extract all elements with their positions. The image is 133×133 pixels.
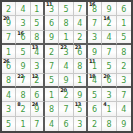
cell-r3c9[interactable]: 5 [117, 31, 131, 45]
cell-r8c5[interactable]: 7 [59, 102, 73, 116]
cell-r3c4[interactable]: 9 [45, 31, 59, 45]
cell-r4c9[interactable]: 8 [117, 45, 131, 59]
cell-value: 8 [106, 121, 111, 129]
cell-value: 2 [92, 121, 97, 129]
cell-value: 4 [20, 6, 25, 14]
cell-r7c6[interactable]: 9 [74, 88, 88, 102]
cell-value: 9 [92, 49, 97, 57]
cell-value: 3 [77, 121, 82, 129]
cell-r2c7[interactable]: 7 [88, 16, 102, 30]
cell-r4c7[interactable]: 9 [88, 45, 102, 59]
cell-value: 8 [34, 34, 39, 42]
cell-value: 2 [34, 77, 39, 85]
cell-r7c8[interactable]: 3 [102, 88, 116, 102]
cell-value: 6 [106, 77, 111, 85]
cell-r5c3[interactable]: 3 [31, 59, 45, 73]
cell-value: 6 [20, 34, 25, 42]
cell-r6c9[interactable]: 3 [117, 74, 131, 88]
cell-r8c9[interactable]: 4 [117, 102, 131, 116]
cell-r1c4[interactable]: 113 [45, 2, 59, 16]
cell-r8c2[interactable]: 82 [16, 102, 30, 116]
cell-value: 4 [63, 63, 68, 71]
cell-value: 3 [106, 92, 111, 100]
cell-r9c1[interactable]: 5 [2, 117, 16, 131]
cell-value: 1 [34, 6, 39, 14]
cell-r8c8[interactable]: 41 [102, 102, 116, 116]
cell-value: 7 [77, 6, 82, 14]
cell-r3c6[interactable]: 2 [74, 31, 88, 45]
cell-r1c1[interactable]: 2 [2, 2, 16, 16]
cell-r4c2[interactable]: 5 [16, 45, 30, 59]
sudoku-board: 2411135716896209356847142171668912345151… [0, 0, 133, 133]
cell-r3c5[interactable]: 1 [59, 31, 73, 45]
cell-r3c1[interactable]: 7 [2, 31, 16, 45]
cell-value: 7 [63, 106, 68, 114]
cell-r5c4[interactable]: 7 [45, 59, 59, 73]
cell-r3c8[interactable]: 4 [102, 31, 116, 45]
cell-value: 5 [20, 49, 25, 57]
cell-value: 8 [49, 106, 54, 114]
cell-value: 6 [63, 121, 68, 129]
cell-value: 1 [63, 34, 68, 42]
cell-value: 8 [20, 92, 25, 100]
cell-r5c8[interactable]: 5 [102, 59, 116, 73]
cell-value: 2 [77, 34, 82, 42]
cell-r4c6[interactable]: 236 [74, 45, 88, 59]
cell-value: 1 [121, 20, 126, 28]
cell-r2c2[interactable]: 3 [16, 16, 30, 30]
cell-r6c1[interactable]: 8 [2, 74, 16, 88]
cell-r5c5[interactable]: 4 [59, 59, 73, 73]
cell-r1c5[interactable]: 5 [59, 2, 73, 16]
cell-r9c4[interactable]: 4 [45, 117, 59, 131]
cell-value: 7 [92, 20, 97, 28]
cell-r1c6[interactable]: 7 [74, 2, 88, 16]
cell-value: 2 [6, 6, 11, 14]
cell-value: 8 [121, 49, 126, 57]
cell-r2c5[interactable]: 8 [59, 16, 73, 30]
cell-r8c4[interactable]: 8 [45, 102, 59, 116]
cell-r9c8[interactable]: 8 [102, 117, 116, 131]
cell-r4c4[interactable]: 2 [45, 45, 59, 59]
cell-value: 7 [34, 121, 39, 129]
cell-value: 6 [77, 49, 82, 57]
cell-value: 5 [106, 63, 111, 71]
cell-r9c9[interactable]: 9 [117, 117, 131, 131]
cell-value: 4 [121, 106, 126, 114]
cell-value: 9 [34, 106, 39, 114]
cell-value: 9 [63, 77, 68, 85]
cell-r2c8[interactable]: 142 [102, 16, 116, 30]
cell-value: 7 [121, 92, 126, 100]
cell-r2c9[interactable]: 1 [117, 16, 131, 30]
cell-value: 4 [6, 92, 11, 100]
cell-value: 5 [34, 20, 39, 28]
cell-value: 8 [92, 6, 97, 14]
cell-r1c3[interactable]: 1 [31, 2, 45, 16]
cell-value: 5 [92, 92, 97, 100]
cell-r5c1[interactable]: 266 [2, 59, 16, 73]
cell-r5c9[interactable]: 2 [117, 59, 131, 73]
cell-r3c7[interactable]: 3 [88, 31, 102, 45]
cell-value: 1 [20, 121, 25, 129]
cell-value: 3 [34, 63, 39, 71]
cell-r6c4[interactable]: 5 [45, 74, 59, 88]
cell-value: 4 [106, 34, 111, 42]
cell-value: 5 [63, 6, 68, 14]
cell-r2c3[interactable]: 5 [31, 16, 45, 30]
cell-r5c2[interactable]: 9 [16, 59, 30, 73]
cell-r2c6[interactable]: 4 [74, 16, 88, 30]
cell-r9c6[interactable]: 3 [74, 117, 88, 131]
cell-r7c2[interactable]: 8 [16, 88, 30, 102]
cell-r4c1[interactable]: 1 [2, 45, 16, 59]
cell-value: 6 [92, 106, 97, 114]
cell-value: 8 [77, 63, 82, 71]
cell-value: 2 [106, 20, 111, 28]
cell-value: 3 [49, 6, 54, 14]
cell-r8c6[interactable]: 135 [74, 102, 88, 116]
cell-r6c2[interactable]: 227 [16, 74, 30, 88]
cell-value: 6 [49, 20, 54, 28]
cell-value: 4 [92, 77, 97, 85]
cell-r6c5[interactable]: 9 [59, 74, 73, 88]
cell-r9c3[interactable]: 7 [31, 117, 45, 131]
cell-r6c6[interactable]: 1 [74, 74, 88, 88]
cell-value: 2 [20, 106, 25, 114]
cell-value: 4 [77, 20, 82, 28]
cell-r2c1[interactable]: 209 [2, 16, 16, 30]
cell-value: 8 [63, 20, 68, 28]
cell-value: 3 [121, 77, 126, 85]
cell-r3c3[interactable]: 8 [31, 31, 45, 45]
cell-r8c3[interactable]: 249 [31, 102, 45, 116]
cell-value: 5 [77, 106, 82, 114]
cell-value: 1 [49, 92, 54, 100]
cell-r9c2[interactable]: 1 [16, 117, 30, 131]
cell-r6c7[interactable]: 184 [88, 74, 102, 88]
cell-value: 2 [63, 92, 68, 100]
cell-value: 7 [49, 63, 54, 71]
cell-r1c8[interactable]: 9 [102, 2, 116, 16]
cell-value: 9 [106, 6, 111, 14]
cell-r4c8[interactable]: 7 [102, 45, 116, 59]
cell-r7c3[interactable]: 6 [31, 88, 45, 102]
cell-r3c2[interactable]: 166 [16, 31, 30, 45]
cell-value: 9 [6, 20, 11, 28]
cell-value: 9 [20, 63, 25, 71]
cell-value: 6 [6, 63, 11, 71]
cell-r4c5[interactable]: 223 [59, 45, 73, 59]
cell-value: 5 [121, 34, 126, 42]
cell-value: 9 [121, 121, 126, 129]
cell-value: 3 [20, 20, 25, 28]
cell-r8c7[interactable]: 6 [88, 102, 102, 116]
cell-value: 1 [106, 106, 111, 114]
cell-value: 9 [49, 34, 54, 42]
cell-value: 9 [77, 92, 82, 100]
cell-value: 5 [49, 77, 54, 85]
cell-value: 4 [34, 49, 39, 57]
cell-value: 3 [92, 34, 97, 42]
cell-value: 2 [49, 49, 54, 57]
cell-value: 1 [77, 77, 82, 85]
cell-value: 4 [49, 121, 54, 129]
cell-value: 7 [106, 49, 111, 57]
cell-value: 3 [63, 49, 68, 57]
cell-r5c6[interactable]: 8 [74, 59, 88, 73]
cell-value: 6 [121, 6, 126, 14]
cell-value: 2 [121, 63, 126, 71]
cell-r1c2[interactable]: 4 [16, 2, 30, 16]
cell-value: 7 [6, 34, 11, 42]
cell-r4c3[interactable]: 134 [31, 45, 45, 59]
cell-value: 3 [6, 106, 11, 114]
cell-r5c7[interactable]: 111 [88, 59, 102, 73]
cell-value: 8 [6, 77, 11, 85]
cell-value: 1 [92, 63, 97, 71]
cell-r7c7[interactable]: 5 [88, 88, 102, 102]
cell-r6c8[interactable]: 206 [102, 74, 116, 88]
cell-r7c1[interactable]: 4 [2, 88, 16, 102]
cell-value: 5 [6, 121, 11, 129]
cell-r9c7[interactable]: 2 [88, 117, 102, 131]
cell-r8c1[interactable]: 3 [2, 102, 16, 116]
cell-r7c9[interactable]: 7 [117, 88, 131, 102]
cell-r7c4[interactable]: 1 [45, 88, 59, 102]
cell-value: 1 [6, 49, 11, 57]
cell-r9c5[interactable]: 6 [59, 117, 73, 131]
cell-r2c4[interactable]: 6 [45, 16, 59, 30]
cell-r1c7[interactable]: 168 [88, 2, 102, 16]
cell-r1c9[interactable]: 6 [117, 2, 131, 16]
cell-value: 7 [20, 77, 25, 85]
cell-value: 6 [34, 92, 39, 100]
cell-r7c5[interactable]: 202 [59, 88, 73, 102]
cell-r6c3[interactable]: 122 [31, 74, 45, 88]
